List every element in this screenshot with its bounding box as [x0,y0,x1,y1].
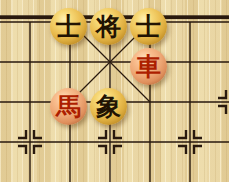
xiangqi-board: 士将士車馬象 [0,0,229,182]
piece-character: 士 [56,8,81,45]
piece-character: 将 [96,8,121,45]
piece-character: 象 [96,88,121,125]
piece-character: 馬 [56,88,81,125]
piece-black-general[interactable]: 将 [90,8,127,45]
piece-black-elephant[interactable]: 象 [90,88,127,125]
piece-character: 士 [136,8,161,45]
piece-character: 車 [136,48,161,85]
piece-black-advisor-right[interactable]: 士 [130,8,167,45]
piece-black-advisor-left[interactable]: 士 [50,8,87,45]
piece-red-chariot[interactable]: 車 [130,48,167,85]
piece-red-horse[interactable]: 馬 [50,88,87,125]
